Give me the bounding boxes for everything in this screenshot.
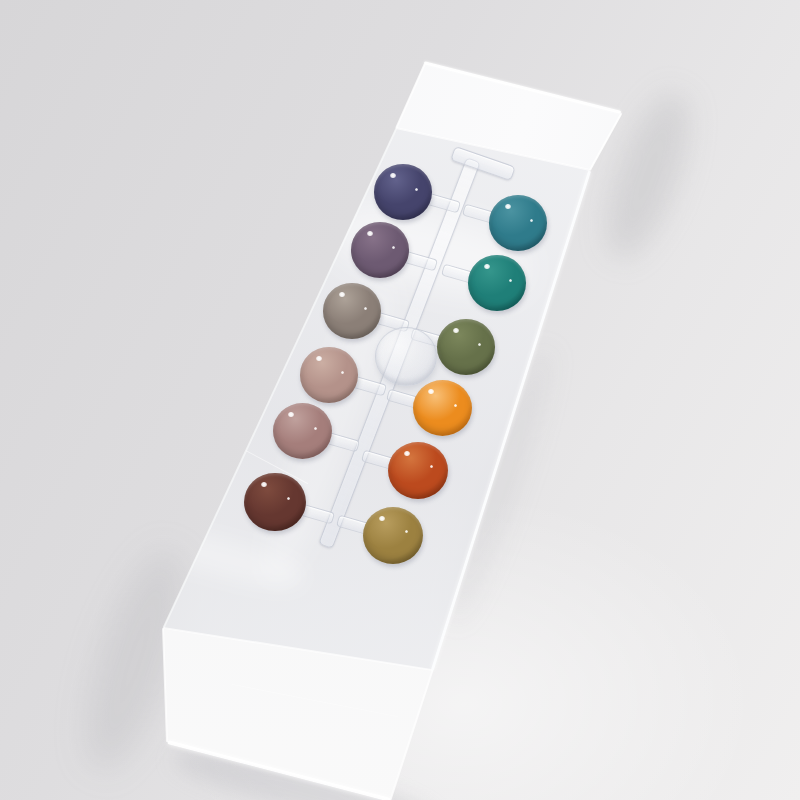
specular-highlight — [287, 497, 290, 500]
sample-dot-L1 — [374, 164, 432, 219]
specular-highlight — [505, 204, 511, 209]
specular-highlight — [261, 482, 267, 487]
specular-highlight — [316, 356, 322, 361]
specular-highlight — [484, 264, 490, 269]
specular-highlight — [405, 530, 408, 533]
specular-highlight — [390, 173, 396, 178]
specular-highlight — [404, 451, 410, 456]
specular-highlight — [478, 343, 481, 346]
specular-highlight — [379, 516, 385, 521]
specular-highlight — [392, 246, 395, 249]
specular-highlight — [454, 404, 457, 407]
sample-dot-L2 — [351, 222, 409, 277]
specular-highlight — [453, 328, 459, 333]
specular-highlight — [339, 292, 345, 297]
sample-dot-L4 — [300, 347, 358, 402]
sample-dot-C0 — [375, 327, 437, 386]
specular-highlight — [428, 389, 434, 394]
sample-dot-R3 — [437, 319, 495, 374]
specular-highlight — [530, 219, 533, 222]
specular-highlight — [341, 371, 344, 374]
sample-dot-R5 — [388, 442, 448, 499]
surface-scratch — [231, 684, 398, 717]
specular-highlight — [430, 465, 433, 468]
specular-highlight — [314, 427, 317, 430]
specular-highlight — [364, 307, 367, 310]
sample-dot-R6 — [363, 507, 423, 564]
photograph-color-sample-block — [0, 0, 800, 800]
specular-highlight — [288, 412, 294, 417]
sample-dot-L3 — [323, 283, 381, 338]
sample-dot-L6 — [244, 473, 306, 532]
sample-dot-R2 — [468, 255, 526, 310]
specular-highlight — [415, 188, 418, 191]
sample-dot-L5 — [273, 403, 332, 459]
specular-highlight — [509, 279, 512, 282]
sample-dot-R4 — [413, 380, 472, 436]
specular-highlight — [367, 231, 373, 236]
sample-dot-R1 — [489, 195, 547, 250]
